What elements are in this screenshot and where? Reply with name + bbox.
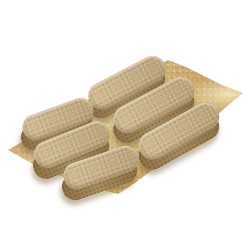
pads-layer (0, 0, 250, 250)
product-photo (0, 0, 250, 250)
